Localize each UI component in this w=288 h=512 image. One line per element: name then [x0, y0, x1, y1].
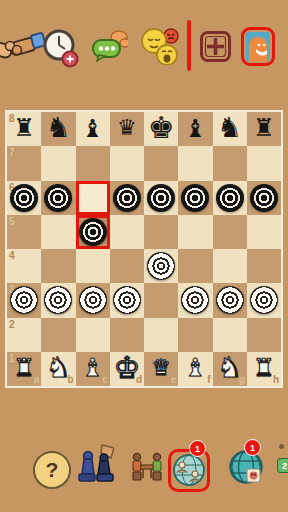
file-label-e: e [171, 375, 177, 385]
partial-icon-fragment [279, 444, 284, 449]
square-d6[interactable] [110, 181, 144, 215]
white-bishop[interactable]: ♝ [184, 355, 206, 380]
square-f1[interactable]: f♝ [178, 352, 212, 386]
black-bishop[interactable]: ♝ [184, 116, 206, 141]
square-f4[interactable] [178, 249, 212, 283]
sticker-icon-selected[interactable] [241, 27, 275, 66]
table-players-icon[interactable] [128, 452, 166, 482]
square-h6[interactable] [247, 181, 281, 215]
square-f5[interactable] [178, 215, 212, 249]
online-players-button-selected[interactable] [168, 449, 210, 492]
square-b2[interactable] [41, 318, 75, 352]
white-pawn-checker[interactable] [147, 252, 175, 280]
world-badge: 1 [244, 439, 261, 456]
black-king[interactable]: ♚ [148, 113, 175, 143]
white-knight[interactable]: ♞ [46, 354, 71, 382]
square-a5[interactable]: 5 [7, 215, 41, 249]
square-h2[interactable] [247, 318, 281, 352]
square-g7[interactable] [213, 146, 247, 180]
rank-label-2: 2 [9, 320, 15, 330]
square-d5[interactable] [110, 215, 144, 249]
square-b4[interactable] [41, 249, 75, 283]
square-f3[interactable] [178, 283, 212, 317]
white-pawn-checker[interactable] [44, 286, 72, 314]
square-c5[interactable] [76, 215, 110, 249]
black-pawn-checker[interactable] [44, 184, 72, 212]
levels-partial-icon[interactable]: 2 [277, 458, 288, 473]
sticker-icon [246, 32, 270, 61]
square-h8[interactable]: ♜ [247, 112, 281, 146]
square-b7[interactable] [41, 146, 75, 180]
square-g3[interactable] [213, 283, 247, 317]
app-screen: { "game": "makruk", "app_description": "… [0, 0, 288, 512]
black-knight[interactable]: ♞ [46, 114, 71, 142]
square-e1[interactable]: e♛ [144, 352, 178, 386]
emotions-icon[interactable] [141, 27, 179, 65]
online-players-globe-icon [171, 452, 207, 489]
rank-label-4: 4 [9, 251, 15, 261]
square-a7[interactable]: 7 [7, 146, 41, 180]
square-b3[interactable] [41, 283, 75, 317]
square-a1[interactable]: 1a♜ [7, 352, 41, 386]
white-pawn-checker[interactable] [216, 286, 244, 314]
square-h5[interactable] [247, 215, 281, 249]
square-d2[interactable] [110, 318, 144, 352]
square-c4[interactable] [76, 249, 110, 283]
black-pawn-checker[interactable] [181, 184, 209, 212]
square-g8[interactable]: ♞ [213, 112, 247, 146]
toolbar-divider [187, 20, 191, 71]
white-pawn-checker[interactable] [250, 286, 278, 314]
square-a6[interactable]: 6 [7, 181, 41, 215]
white-rook[interactable]: ♜ [13, 356, 35, 380]
clock-add-icon[interactable] [43, 29, 79, 68]
square-a8[interactable]: 8♜ [7, 112, 41, 146]
square-d3[interactable] [110, 283, 144, 317]
square-e6[interactable] [144, 181, 178, 215]
rank-label-7: 7 [9, 148, 15, 158]
square-g5[interactable] [213, 215, 247, 249]
handshake-icon[interactable] [0, 28, 46, 70]
square-f7[interactable] [178, 146, 212, 180]
black-rook[interactable]: ♜ [253, 116, 275, 140]
square-b1[interactable]: b♞ [41, 352, 75, 386]
orange-blob-icon [247, 35, 269, 61]
white-king[interactable]: ♚ [113, 353, 140, 383]
board-frame: 8♜♞♝♛♚♝♞♜7654321a♜b♞c♝d♚e♛f♝g♞h♜ [5, 110, 283, 388]
square-g6[interactable] [213, 181, 247, 215]
rank-label-5: 5 [9, 217, 15, 227]
square-d7[interactable] [110, 146, 144, 180]
white-pawn-checker[interactable] [113, 286, 141, 314]
square-h7[interactable] [247, 146, 281, 180]
square-c7[interactable] [76, 146, 110, 180]
online-players-badge: 1 [189, 440, 206, 457]
white-pawn-checker[interactable] [10, 286, 38, 314]
file-label-f: f [207, 375, 210, 385]
square-g4[interactable] [213, 249, 247, 283]
square-h4[interactable] [247, 249, 281, 283]
square-e4[interactable] [144, 249, 178, 283]
black-bishop[interactable]: ♝ [81, 116, 103, 141]
square-a2[interactable]: 2 [7, 318, 41, 352]
black-pawn-checker[interactable] [147, 184, 175, 212]
square-e2[interactable] [144, 318, 178, 352]
square-d4[interactable] [110, 249, 144, 283]
square-d8[interactable]: ♛ [110, 112, 144, 146]
square-b6[interactable] [41, 181, 75, 215]
white-pawn-checker[interactable] [181, 286, 209, 314]
square-e3[interactable] [144, 283, 178, 317]
help-button[interactable]: ? [33, 451, 71, 489]
chat-icon[interactable] [92, 30, 128, 62]
black-pawn-checker[interactable] [113, 184, 141, 212]
square-a4[interactable]: 4 [7, 249, 41, 283]
black-pawn-checker[interactable] [10, 184, 38, 212]
square-h3[interactable] [247, 283, 281, 317]
white-pawn-checker[interactable] [79, 286, 107, 314]
square-e7[interactable] [144, 146, 178, 180]
square-c1[interactable]: c♝ [76, 352, 110, 386]
black-queen[interactable]: ♛ [117, 117, 137, 139]
board-plus-icon[interactable] [199, 30, 232, 63]
black-pawn-checker[interactable] [79, 218, 107, 246]
black-rook[interactable]: ♜ [13, 116, 35, 140]
white-queen[interactable]: ♛ [151, 357, 171, 379]
white-rook[interactable]: ♜ [253, 356, 275, 380]
white-knight[interactable]: ♞ [217, 354, 242, 382]
square-b5[interactable] [41, 215, 75, 249]
square-c2[interactable] [76, 318, 110, 352]
square-h1[interactable]: h♜ [247, 352, 281, 386]
square-e5[interactable] [144, 215, 178, 249]
black-pawn-checker[interactable] [250, 184, 278, 212]
square-a3[interactable]: 3 [7, 283, 41, 317]
square-c8[interactable]: ♝ [76, 112, 110, 146]
square-f8[interactable]: ♝ [178, 112, 212, 146]
black-knight[interactable]: ♞ [217, 114, 242, 142]
square-f2[interactable] [178, 318, 212, 352]
square-b8[interactable]: ♞ [41, 112, 75, 146]
black-pawn-checker[interactable] [216, 184, 244, 212]
square-c3[interactable] [76, 283, 110, 317]
square-e8[interactable]: ♚ [144, 112, 178, 146]
pieces-hand-icon[interactable] [78, 444, 114, 484]
square-f6[interactable] [178, 181, 212, 215]
white-bishop[interactable]: ♝ [81, 355, 103, 380]
world-globe-icon[interactable] [227, 449, 265, 487]
square-g1[interactable]: g♞ [213, 352, 247, 386]
board: 8♜♞♝♛♚♝♞♜7654321a♜b♞c♝d♚e♛f♝g♞h♜ [7, 112, 281, 386]
square-d1[interactable]: d♚ [110, 352, 144, 386]
square-c6[interactable] [76, 181, 110, 215]
square-g2[interactable] [213, 318, 247, 352]
